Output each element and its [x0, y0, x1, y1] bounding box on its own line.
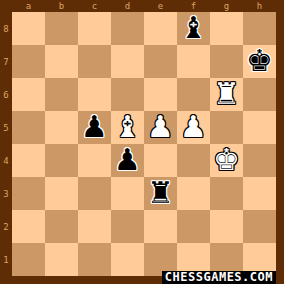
file-label-c: c	[78, 0, 111, 12]
square-g3[interactable]	[210, 177, 243, 210]
file-label-a: a	[12, 0, 45, 12]
square-b7[interactable]	[45, 45, 78, 78]
square-h2[interactable]	[243, 210, 276, 243]
chess-board[interactable]: ♝♚♜♟♝♟♟♟♚♜	[12, 12, 276, 276]
square-d1[interactable]	[111, 243, 144, 276]
square-c7[interactable]	[78, 45, 111, 78]
square-d8[interactable]	[111, 12, 144, 45]
square-a2[interactable]	[12, 210, 45, 243]
file-label-b: b	[45, 0, 78, 12]
square-g2[interactable]	[210, 210, 243, 243]
square-b1[interactable]	[45, 243, 78, 276]
square-f4[interactable]	[177, 144, 210, 177]
square-g4[interactable]: ♚	[210, 144, 243, 177]
square-c5[interactable]: ♟	[78, 111, 111, 144]
square-d6[interactable]	[111, 78, 144, 111]
square-g5[interactable]	[210, 111, 243, 144]
square-d7[interactable]	[111, 45, 144, 78]
square-h3[interactable]	[243, 177, 276, 210]
rank-label-7: 7	[0, 45, 12, 78]
square-c1[interactable]	[78, 243, 111, 276]
square-h7[interactable]: ♚	[243, 45, 276, 78]
file-label-e: e	[144, 0, 177, 12]
rank-label-1: 1	[0, 243, 12, 276]
square-g6[interactable]: ♜	[210, 78, 243, 111]
square-c8[interactable]	[78, 12, 111, 45]
piece-white-pawn-e5[interactable]: ♟	[144, 111, 177, 144]
square-e2[interactable]	[144, 210, 177, 243]
square-d3[interactable]	[111, 177, 144, 210]
square-e5[interactable]: ♟	[144, 111, 177, 144]
square-a7[interactable]	[12, 45, 45, 78]
chessgames-logo[interactable]: CHESSGAMES.COM	[162, 271, 276, 284]
square-f6[interactable]	[177, 78, 210, 111]
square-h6[interactable]	[243, 78, 276, 111]
chess-diagram: abcdefgh 87654321 ♝♚♜♟♝♟♟♟♚♜ CHESSGAMES.…	[0, 0, 284, 284]
square-f3[interactable]	[177, 177, 210, 210]
square-a8[interactable]	[12, 12, 45, 45]
piece-white-bishop-d5[interactable]: ♝	[111, 111, 144, 144]
square-c3[interactable]	[78, 177, 111, 210]
piece-white-pawn-f5[interactable]: ♟	[177, 111, 210, 144]
square-h5[interactable]	[243, 111, 276, 144]
square-h4[interactable]	[243, 144, 276, 177]
square-h8[interactable]	[243, 12, 276, 45]
file-label-h: h	[243, 0, 276, 12]
rank-label-2: 2	[0, 210, 12, 243]
square-c6[interactable]	[78, 78, 111, 111]
piece-black-pawn-d4[interactable]: ♟	[111, 144, 144, 177]
piece-white-king-g4[interactable]: ♚	[210, 144, 243, 177]
rank-label-6: 6	[0, 78, 12, 111]
square-g7[interactable]	[210, 45, 243, 78]
square-f2[interactable]	[177, 210, 210, 243]
piece-black-pawn-c5[interactable]: ♟	[78, 111, 111, 144]
square-e3[interactable]: ♜	[144, 177, 177, 210]
file-label-g: g	[210, 0, 243, 12]
square-a6[interactable]	[12, 78, 45, 111]
square-e4[interactable]	[144, 144, 177, 177]
square-e6[interactable]	[144, 78, 177, 111]
piece-white-rook-g6[interactable]: ♜	[210, 78, 243, 111]
square-b3[interactable]	[45, 177, 78, 210]
square-b6[interactable]	[45, 78, 78, 111]
square-d4[interactable]: ♟	[111, 144, 144, 177]
rank-label-5: 5	[0, 111, 12, 144]
piece-black-king-h7[interactable]: ♚	[243, 45, 276, 78]
square-f7[interactable]	[177, 45, 210, 78]
square-g8[interactable]	[210, 12, 243, 45]
square-c4[interactable]	[78, 144, 111, 177]
square-b5[interactable]	[45, 111, 78, 144]
rank-label-3: 3	[0, 177, 12, 210]
file-labels: abcdefgh	[12, 0, 276, 12]
square-a5[interactable]	[12, 111, 45, 144]
square-e7[interactable]	[144, 45, 177, 78]
square-e8[interactable]	[144, 12, 177, 45]
square-a3[interactable]	[12, 177, 45, 210]
square-d2[interactable]	[111, 210, 144, 243]
square-f8[interactable]: ♝	[177, 12, 210, 45]
file-label-d: d	[111, 0, 144, 12]
rank-label-4: 4	[0, 144, 12, 177]
square-a4[interactable]	[12, 144, 45, 177]
rank-label-8: 8	[0, 12, 12, 45]
rank-labels: 87654321	[0, 12, 12, 276]
piece-black-bishop-f8[interactable]: ♝	[177, 12, 210, 45]
square-d5[interactable]: ♝	[111, 111, 144, 144]
piece-black-rook-e3[interactable]: ♜	[144, 177, 177, 210]
square-b4[interactable]	[45, 144, 78, 177]
square-b2[interactable]	[45, 210, 78, 243]
square-a1[interactable]	[12, 243, 45, 276]
square-b8[interactable]	[45, 12, 78, 45]
square-f5[interactable]: ♟	[177, 111, 210, 144]
square-c2[interactable]	[78, 210, 111, 243]
